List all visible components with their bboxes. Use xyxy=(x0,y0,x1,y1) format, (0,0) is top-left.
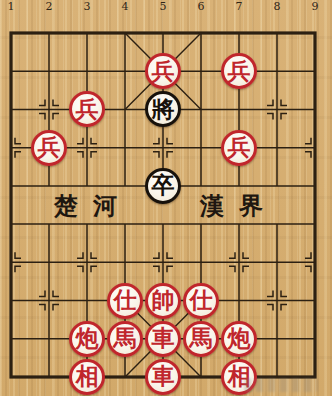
piece-red-pawn[interactable]: 兵 xyxy=(221,130,257,166)
piece-glyph: 炮 xyxy=(76,327,99,350)
piece-red-advisor[interactable]: 仕 xyxy=(183,283,219,319)
piece-red-general[interactable]: 帥 xyxy=(145,283,181,319)
piece-red-horse[interactable]: 馬 xyxy=(107,321,143,357)
piece-layer: 兵兵兵將兵兵卒仕帥仕炮馬車馬炮相車相 xyxy=(0,14,332,396)
piece-glyph: 相 xyxy=(76,365,99,388)
piece-glyph: 卒 xyxy=(152,174,175,197)
piece-glyph: 車 xyxy=(152,327,175,350)
piece-glyph: 馬 xyxy=(114,327,137,350)
piece-red-cannon[interactable]: 炮 xyxy=(221,321,257,357)
piece-black-pawn[interactable]: 卒 xyxy=(145,168,181,204)
piece-red-chariot[interactable]: 車 xyxy=(145,321,181,357)
piece-red-cannon[interactable]: 炮 xyxy=(69,321,105,357)
piece-glyph: 炮 xyxy=(228,327,251,350)
piece-red-pawn[interactable]: 兵 xyxy=(221,53,257,89)
piece-glyph: 兵 xyxy=(76,98,99,121)
piece-red-pawn[interactable]: 兵 xyxy=(69,91,105,127)
piece-glyph: 兵 xyxy=(152,60,175,83)
piece-glyph: 仕 xyxy=(114,289,137,312)
piece-red-elephant[interactable]: 相 xyxy=(69,359,105,395)
piece-glyph: 車 xyxy=(152,365,175,388)
piece-glyph: 兵 xyxy=(228,136,251,159)
piece-black-general[interactable]: 將 xyxy=(145,91,181,127)
piece-red-advisor[interactable]: 仕 xyxy=(107,283,143,319)
piece-red-chariot[interactable]: 車 xyxy=(145,359,181,395)
xiangqi-board: 123456789 楚河 漢界 兵兵兵將兵兵卒仕帥仕炮馬車馬炮相車相 xyxy=(0,0,332,396)
watermark xyxy=(244,378,318,392)
piece-glyph: 兵 xyxy=(38,136,61,159)
piece-glyph: 仕 xyxy=(190,289,213,312)
piece-red-pawn[interactable]: 兵 xyxy=(145,53,181,89)
piece-red-pawn[interactable]: 兵 xyxy=(31,130,67,166)
piece-glyph: 將 xyxy=(152,98,175,121)
piece-red-horse[interactable]: 馬 xyxy=(183,321,219,357)
piece-glyph: 兵 xyxy=(228,60,251,83)
piece-glyph: 帥 xyxy=(152,289,175,312)
piece-glyph: 馬 xyxy=(190,327,213,350)
